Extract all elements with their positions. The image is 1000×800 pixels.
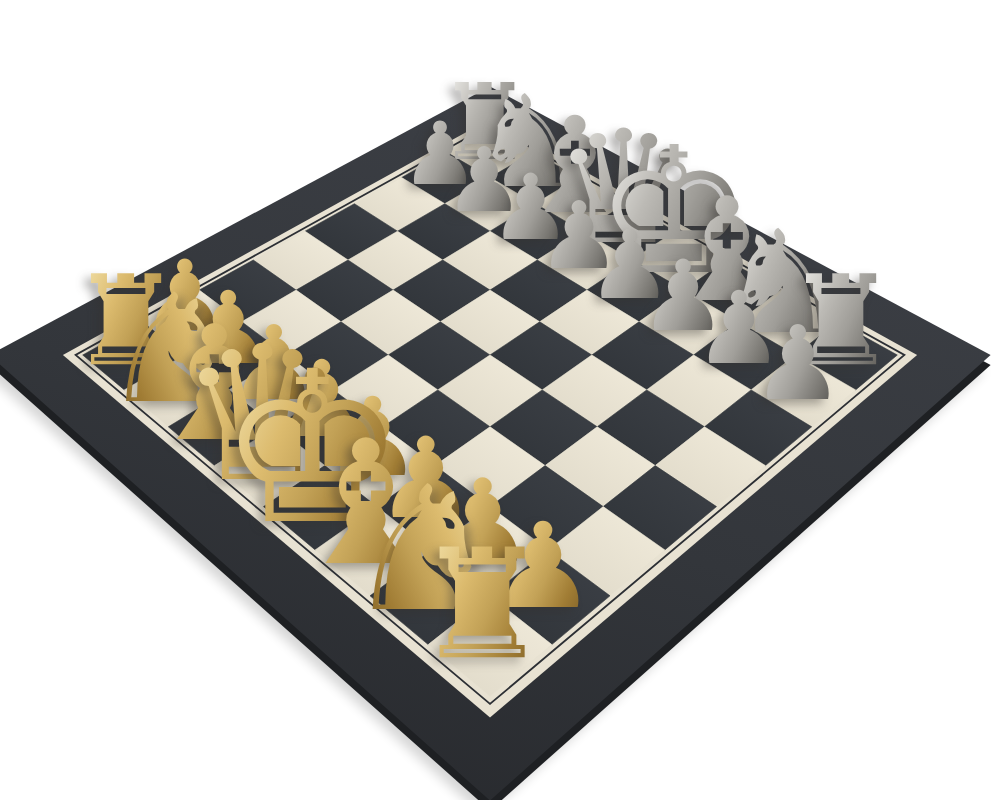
chess-board	[0, 0, 1000, 800]
chess-set-photo: ♜♞♝♛♚♝♞♜♟♟♟♟♟♟♟♟♟♟♟♟♟♟♟♟♜♞♝♛♚♝♞♜	[0, 0, 1000, 800]
